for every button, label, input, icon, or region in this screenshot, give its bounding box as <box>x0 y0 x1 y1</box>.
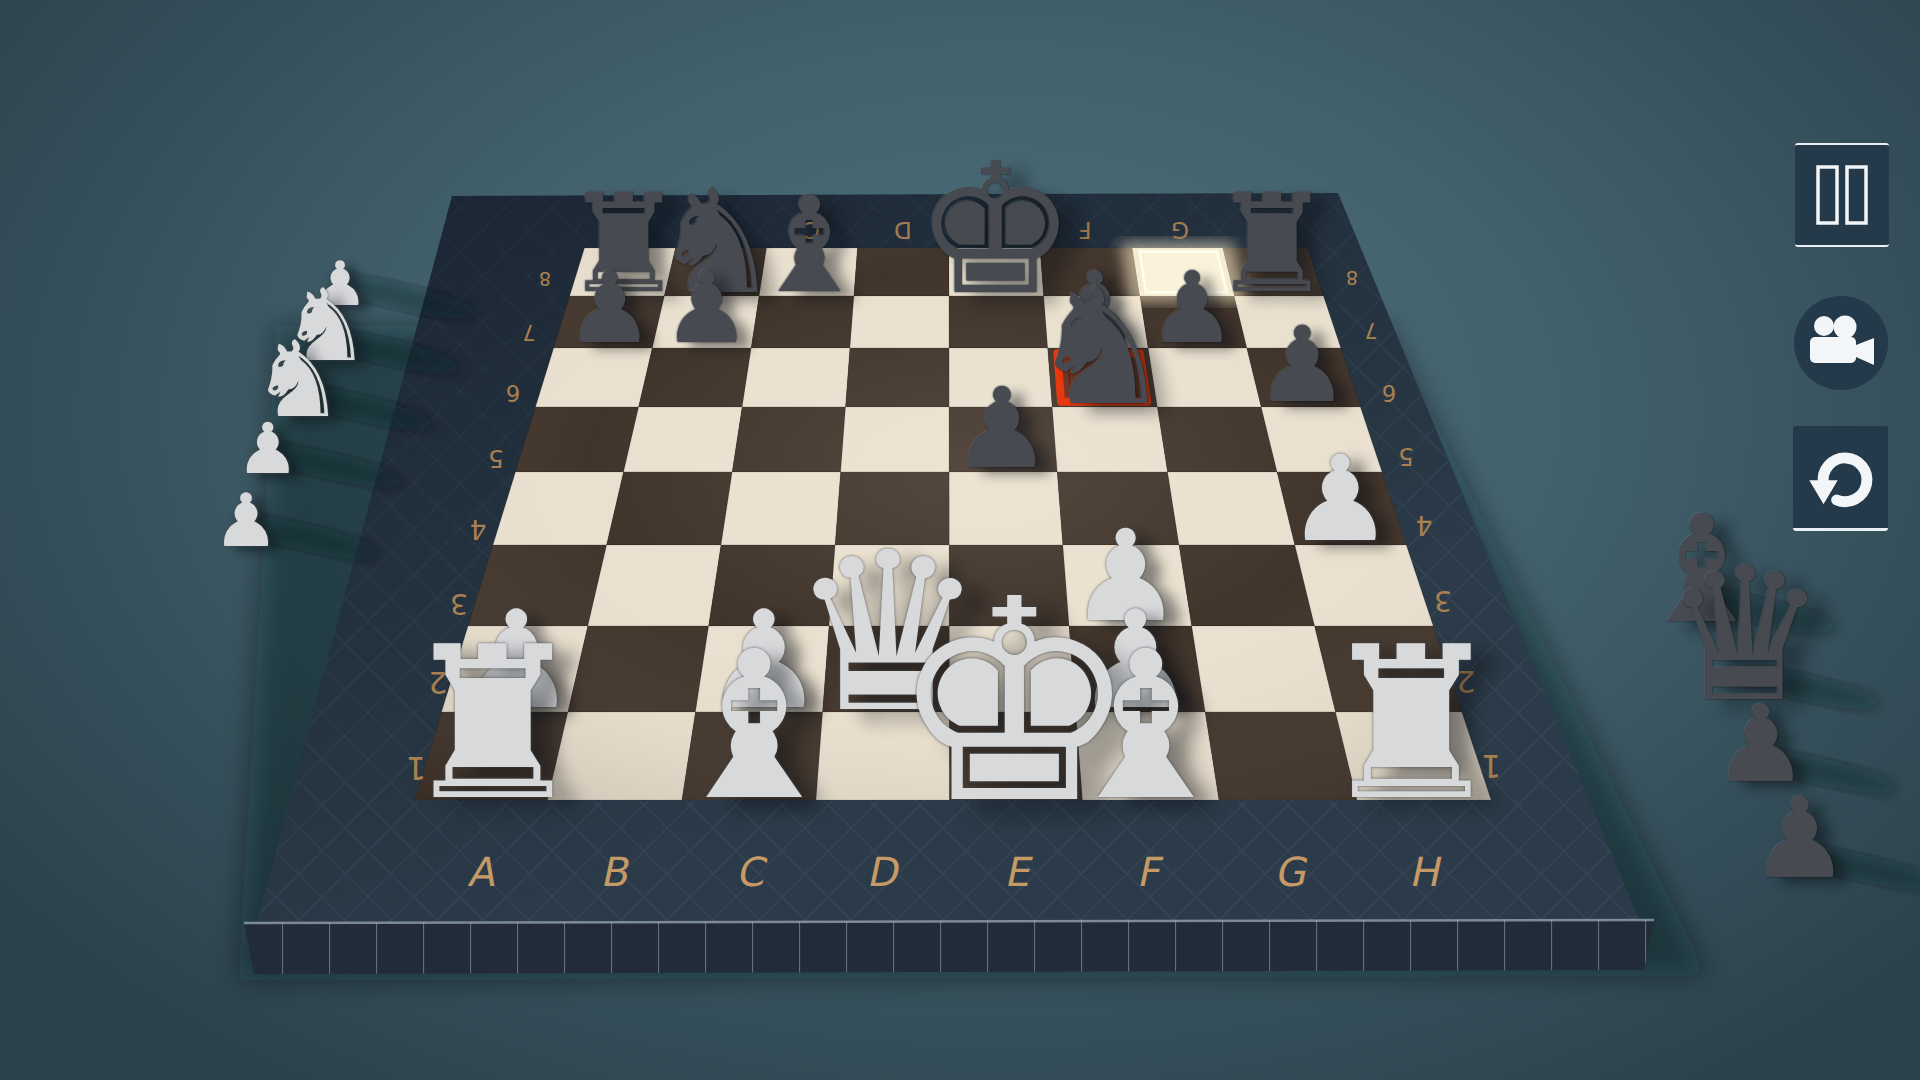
game-scene: ABCDEFGHABCDEFGH8877665544332211 ♜♞♝♚♜♟♟… <box>0 0 1920 1080</box>
piece-white-bishop-f1[interactable]: ♝ <box>1043 624 1248 829</box>
piece-black-pawn-b7[interactable]: ♟ <box>657 259 756 358</box>
board-front-face <box>244 920 1654 974</box>
rank-label-left-6: 6 <box>506 380 520 406</box>
undo-icon <box>1806 441 1876 513</box>
rank-label-right-5: 5 <box>1398 442 1414 471</box>
captured-white-pawn-4[interactable]: ♟ <box>209 484 283 558</box>
rank-label-left-7: 7 <box>522 320 535 344</box>
piece-white-rook-h1[interactable]: ♜ <box>1306 619 1517 830</box>
camera-icon <box>1802 313 1880 373</box>
pause-icon <box>1811 163 1873 227</box>
rank-label-left-4: 4 <box>470 514 487 545</box>
captured-black-pawn-3[interactable]: ♟ <box>1744 783 1855 894</box>
rank-label-right-4: 4 <box>1416 510 1433 541</box>
piece-black-pawn-a7[interactable]: ♟ <box>561 259 660 358</box>
rank-label-right-7: 7 <box>1364 318 1377 342</box>
undo-button[interactable] <box>1793 426 1888 531</box>
piece-black-bishop-c8[interactable]: ♝ <box>743 179 875 311</box>
pause-button[interactable] <box>1795 143 1889 247</box>
piece-white-bishop-c1[interactable]: ♝ <box>652 624 857 829</box>
captured-white-pawn-3[interactable]: ♟ <box>233 414 303 484</box>
piece-black-pawn-h6[interactable]: ♟ <box>1250 313 1355 418</box>
rank-label-left-8: 8 <box>539 268 551 290</box>
rank-label-right-8: 8 <box>1346 267 1358 289</box>
piece-white-rook-a1[interactable]: ♜ <box>388 619 599 830</box>
rank-label-left-5: 5 <box>488 444 504 473</box>
piece-black-pawn-e5[interactable]: ♟ <box>946 373 1057 484</box>
camera-button[interactable] <box>1794 296 1888 390</box>
piece-white-pawn-h4[interactable]: ♟ <box>1281 440 1399 558</box>
file-label-top-G: G <box>1171 217 1189 243</box>
rank-label-right-6: 6 <box>1382 380 1396 406</box>
